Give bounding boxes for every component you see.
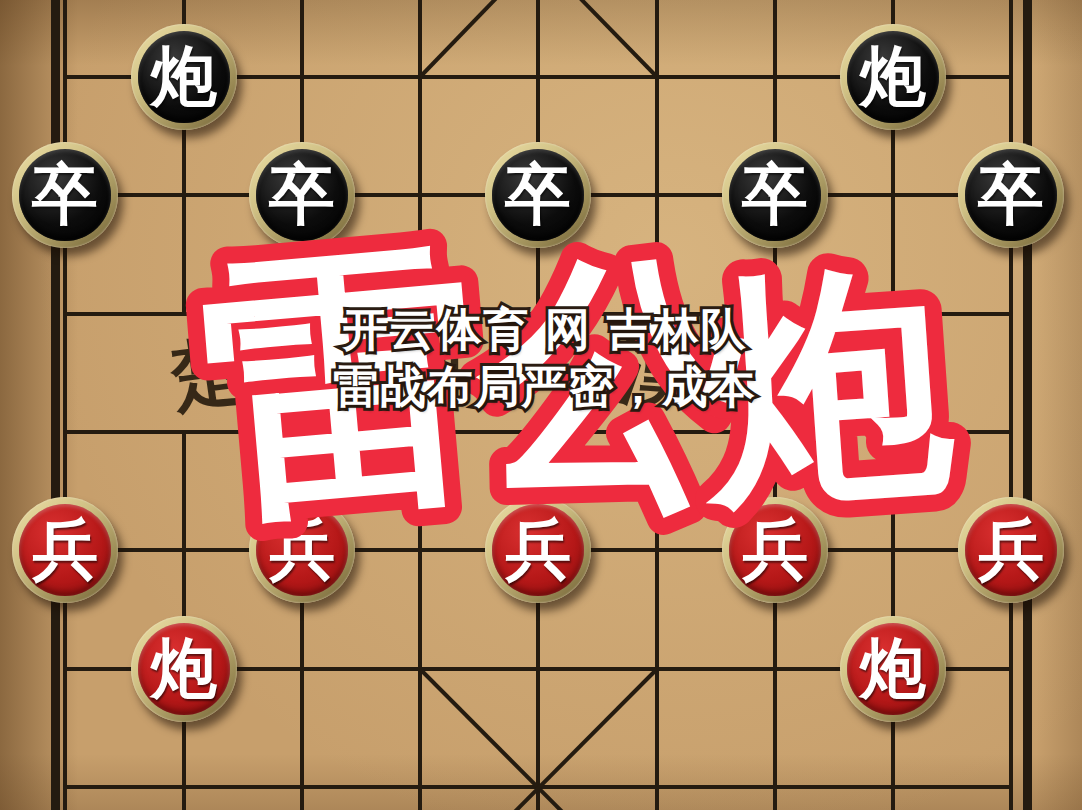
piece-red-soldier[interactable]: 兵	[12, 497, 118, 603]
board-right-border	[1023, 0, 1032, 810]
piece-face: 炮	[138, 31, 230, 123]
xiangqi-board-screenshot: 楚河漢界 炮炮卒卒卒卒卒兵兵兵兵兵炮炮 雷雷公公炮炮 开云体育 网 吉林队 雷战…	[0, 0, 1082, 810]
piece-face: 兵	[492, 504, 584, 596]
piece-red-soldier[interactable]: 兵	[722, 497, 828, 603]
river-char: 楚	[166, 330, 250, 414]
piece-black-cannon[interactable]: 炮	[840, 24, 946, 130]
piece-face: 兵	[256, 504, 348, 596]
piece-face: 兵	[729, 504, 821, 596]
piece-face: 炮	[847, 31, 939, 123]
piece-face: 炮	[138, 623, 230, 715]
piece-face: 卒	[965, 149, 1057, 241]
board-left-border	[51, 0, 60, 810]
piece-black-soldier[interactable]: 卒	[12, 142, 118, 248]
piece-black-soldier[interactable]: 卒	[722, 142, 828, 248]
headline-caption: 开云体育 网 吉林队 雷战布局严密，成本	[334, 301, 757, 415]
piece-black-soldier[interactable]: 卒	[485, 142, 591, 248]
piece-red-cannon[interactable]: 炮	[131, 616, 237, 722]
piece-red-cannon[interactable]: 炮	[840, 616, 946, 722]
river-char: 界	[839, 333, 917, 411]
piece-red-soldier[interactable]: 兵	[958, 497, 1064, 603]
piece-red-soldier[interactable]: 兵	[249, 497, 355, 603]
piece-face: 卒	[256, 149, 348, 241]
headline-line1: 开云体育 网 吉林队	[334, 301, 757, 358]
piece-face: 卒	[19, 149, 111, 241]
piece-black-cannon[interactable]: 炮	[131, 24, 237, 130]
piece-face: 兵	[965, 504, 1057, 596]
piece-face: 兵	[19, 504, 111, 596]
piece-red-soldier[interactable]: 兵	[485, 497, 591, 603]
piece-face: 卒	[492, 149, 584, 241]
headline-line2: 雷战布局严密，成本	[334, 358, 757, 415]
piece-face: 炮	[847, 623, 939, 715]
piece-black-soldier[interactable]: 卒	[958, 142, 1064, 248]
piece-face: 卒	[729, 149, 821, 241]
piece-black-soldier[interactable]: 卒	[249, 142, 355, 248]
